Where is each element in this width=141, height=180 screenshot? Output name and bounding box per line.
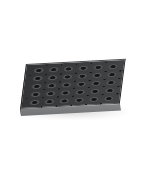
drain-hole-icon <box>100 94 103 96</box>
pit-r3-c3[interactable] <box>60 81 73 89</box>
pit-r1-c4[interactable] <box>77 65 90 73</box>
drain-hole-icon <box>71 96 74 98</box>
pit-r2-c5[interactable] <box>90 72 103 80</box>
drain-hole-icon <box>29 75 32 77</box>
photo-background <box>0 0 141 180</box>
pit-r4-c6[interactable] <box>103 87 116 95</box>
pit-r4-c5[interactable] <box>88 88 101 96</box>
pit-r2-c3[interactable] <box>61 74 74 82</box>
drain-hole-icon <box>117 86 120 88</box>
drain-hole-icon <box>118 78 121 80</box>
pit-r4-c2[interactable] <box>44 90 57 98</box>
pit-r1-c1[interactable] <box>32 67 45 75</box>
pit-r1-c3[interactable] <box>62 66 75 74</box>
drain-hole-icon <box>85 95 88 97</box>
pit-r1-c5[interactable] <box>92 64 105 72</box>
drain-hole-icon <box>105 62 108 64</box>
drain-hole-icon <box>26 98 29 100</box>
drain-hole-icon <box>41 97 44 99</box>
pit-r5-c3[interactable] <box>58 97 71 105</box>
pit-r5-c4[interactable] <box>73 96 86 104</box>
drain-hole-icon <box>88 71 91 73</box>
pit-r3-c2[interactable] <box>45 82 58 90</box>
drain-hole-icon <box>75 63 78 65</box>
drain-hole-icon <box>101 86 104 88</box>
drain-hole-icon <box>99 103 102 105</box>
drain-hole-icon <box>45 65 48 67</box>
drain-hole-icon <box>60 64 63 66</box>
drain-hole-icon <box>58 81 61 83</box>
pit-r3-c6[interactable] <box>104 79 117 87</box>
drain-hole-icon <box>102 78 105 80</box>
drain-hole-icon <box>73 80 76 82</box>
drain-hole-icon <box>90 63 93 65</box>
drain-hole-icon <box>59 73 62 75</box>
drain-hole-icon <box>85 104 88 106</box>
pit-r5-c6[interactable] <box>102 95 115 103</box>
pit-r5-c5[interactable] <box>87 96 100 104</box>
pit-r3-c4[interactable] <box>75 81 88 89</box>
drain-hole-icon <box>103 71 106 73</box>
drain-hole-icon <box>42 89 45 91</box>
pit-r1-c2[interactable] <box>47 67 60 75</box>
pit-r2-c6[interactable] <box>105 71 118 79</box>
pit-r5-c2[interactable] <box>43 98 56 106</box>
pit-r3-c5[interactable] <box>89 80 102 88</box>
drain-hole-icon <box>44 74 47 76</box>
drain-hole-icon <box>55 105 58 107</box>
drain-hole-icon <box>116 93 119 95</box>
drain-hole-icon <box>28 82 31 84</box>
drain-hole-icon <box>86 87 89 89</box>
pit-r3-c1[interactable] <box>30 83 43 91</box>
drain-hole-icon <box>57 88 60 90</box>
drain-hole-icon <box>119 70 122 72</box>
drain-hole-icon <box>70 105 73 107</box>
drain-hole-icon <box>74 72 77 74</box>
pit-r2-c4[interactable] <box>76 73 89 81</box>
drain-hole-icon <box>56 96 59 98</box>
drain-hole-icon <box>43 81 46 83</box>
drain-hole-icon <box>27 90 30 92</box>
drain-hole-icon <box>40 106 43 108</box>
drain-hole-icon <box>72 88 75 90</box>
pit-r4-c4[interactable] <box>74 89 87 97</box>
pit-r1-c6[interactable] <box>106 64 119 72</box>
drain-hole-icon <box>87 79 90 81</box>
tray-board-surface <box>20 59 125 109</box>
pit-r2-c2[interactable] <box>46 74 59 82</box>
pit-r4-c1[interactable] <box>29 91 42 99</box>
pit-r4-c3[interactable] <box>59 89 72 97</box>
pit-r5-c1[interactable] <box>28 99 41 107</box>
pit-r2-c1[interactable] <box>31 75 44 83</box>
